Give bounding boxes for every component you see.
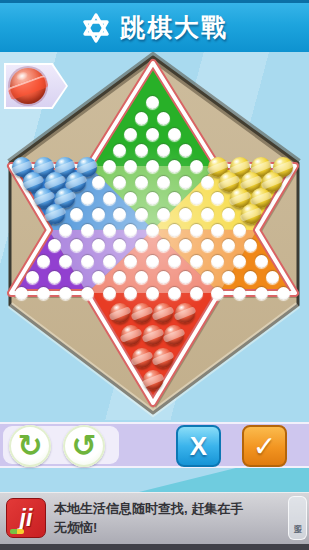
board-cell[interactable] — [251, 286, 273, 302]
board-cell[interactable] — [153, 302, 175, 325]
redo-button[interactable]: ↺ — [63, 425, 105, 467]
board-cell[interactable] — [218, 238, 240, 254]
empty-hole — [146, 160, 159, 173]
board-cell[interactable] — [218, 270, 240, 286]
board-cell[interactable] — [109, 302, 131, 325]
empty-hole — [168, 255, 181, 268]
board-cell[interactable] — [142, 324, 164, 347]
board-cell[interactable] — [153, 270, 175, 286]
confirm-icon: ✓ — [253, 430, 276, 463]
board-cell[interactable] — [153, 347, 175, 370]
board-cell[interactable] — [196, 238, 218, 254]
page-title: 跳棋大戰 — [120, 11, 228, 44]
ganji-logo-text: ji — [20, 505, 33, 532]
board-cell[interactable] — [55, 254, 77, 270]
red-marble — [132, 348, 152, 368]
board-cell[interactable] — [76, 286, 98, 302]
board-cell[interactable] — [87, 270, 109, 286]
board-cell[interactable] — [65, 270, 87, 286]
cancel-button[interactable]: X — [176, 425, 221, 467]
board-cell[interactable] — [174, 174, 196, 190]
empty-hole — [201, 176, 214, 189]
board-cell[interactable] — [218, 206, 240, 222]
empty-hole — [135, 176, 148, 189]
empty-hole — [124, 192, 137, 205]
empty-hole — [179, 239, 192, 252]
empty-hole — [124, 255, 137, 268]
board-cell[interactable] — [153, 206, 175, 222]
undo-button[interactable]: ↻ — [9, 425, 51, 467]
empty-hole — [168, 192, 181, 205]
empty-hole — [59, 224, 72, 237]
empty-hole — [157, 271, 170, 284]
empty-hole — [92, 208, 105, 221]
board-cell[interactable] — [196, 174, 218, 190]
board-cell[interactable] — [120, 222, 142, 238]
empty-hole — [103, 255, 116, 268]
board-cell[interactable] — [87, 238, 109, 254]
empty-hole — [222, 239, 235, 252]
board-cell[interactable] — [120, 286, 142, 302]
empty-hole — [113, 208, 126, 221]
board-cell[interactable] — [131, 302, 153, 325]
board-cell[interactable] — [163, 127, 185, 143]
board-cell[interactable] — [120, 190, 142, 206]
board-cell[interactable] — [98, 286, 120, 302]
empty-hole — [190, 160, 203, 173]
empty-hole — [233, 224, 246, 237]
empty-hole — [70, 208, 83, 221]
board-cell[interactable] — [163, 159, 185, 175]
board-grid — [11, 95, 294, 392]
empty-hole — [211, 224, 224, 237]
empty-hole — [135, 144, 148, 157]
board-cell[interactable] — [131, 347, 153, 370]
empty-hole — [146, 224, 159, 237]
red-marble — [132, 303, 152, 323]
board-cell[interactable] — [163, 190, 185, 206]
board-cell[interactable] — [120, 127, 142, 143]
board-cell[interactable] — [98, 254, 120, 270]
empty-hole — [201, 208, 214, 221]
board-cell[interactable] — [174, 270, 196, 286]
red-marble — [121, 325, 141, 345]
undo-icon: ↻ — [17, 431, 42, 461]
blue-marble — [45, 204, 65, 224]
yellow-marble — [241, 204, 261, 224]
empty-hole — [255, 287, 268, 300]
empty-hole — [124, 224, 137, 237]
header-bar: 跳棋大戰 — [0, 0, 309, 52]
board-cell[interactable] — [185, 254, 207, 270]
board-cell[interactable] — [240, 206, 262, 222]
empty-hole — [37, 287, 50, 300]
board-cell[interactable] — [207, 254, 229, 270]
board-cell[interactable] — [98, 222, 120, 238]
board-cell[interactable] — [240, 270, 262, 286]
empty-hole — [92, 239, 105, 252]
empty-hole — [190, 287, 203, 300]
empty-hole — [113, 176, 126, 189]
empty-hole — [113, 239, 126, 252]
board-cell[interactable] — [142, 95, 164, 111]
board-cell[interactable] — [65, 206, 87, 222]
board-cell[interactable] — [131, 238, 153, 254]
empty-hole — [179, 144, 192, 157]
board-cell[interactable] — [185, 222, 207, 238]
empty-hole — [146, 128, 159, 141]
empty-hole — [233, 255, 246, 268]
empty-hole — [81, 255, 94, 268]
board-cell[interactable] — [185, 159, 207, 175]
app-screen: { "game": "chinese-checkers", "header": … — [0, 0, 309, 550]
board-cell[interactable] — [174, 302, 196, 325]
board-cell[interactable] — [109, 143, 131, 159]
empty-hole — [135, 239, 148, 252]
board-cell[interactable] — [163, 286, 185, 302]
board-cell[interactable] — [44, 206, 66, 222]
board-cell[interactable] — [142, 254, 164, 270]
bottom-edge — [0, 544, 309, 550]
ad-text-line1: 本地生活信息随时查找, 赶集在手 — [54, 499, 280, 518]
board-cell[interactable] — [196, 270, 218, 286]
empty-hole — [92, 176, 105, 189]
red-marble — [153, 348, 173, 368]
empty-hole — [92, 271, 105, 284]
empty-hole — [48, 271, 61, 284]
board-cell[interactable] — [142, 159, 164, 175]
board-cell[interactable] — [153, 143, 175, 159]
empty-hole — [81, 192, 94, 205]
empty-hole — [222, 208, 235, 221]
empty-hole — [190, 224, 203, 237]
empty-hole — [222, 271, 235, 284]
board-cell[interactable] — [251, 254, 273, 270]
empty-hole — [233, 287, 246, 300]
empty-hole — [179, 271, 192, 284]
empty-hole — [81, 287, 94, 300]
empty-hole — [59, 255, 72, 268]
empty-hole — [135, 112, 148, 125]
board-cell[interactable] — [196, 206, 218, 222]
ad-text-line2: 无烦恼! — [54, 518, 280, 537]
empty-hole — [124, 160, 137, 173]
empty-hole — [157, 239, 170, 252]
board-cell[interactable] — [87, 206, 109, 222]
board-cell[interactable] — [22, 270, 44, 286]
empty-hole — [146, 255, 159, 268]
board-cell[interactable] — [142, 286, 164, 302]
ad-banner[interactable]: ji 本地生活信息随时查找, 赶集在手 无烦恼! 多盟 — [0, 492, 309, 544]
board-cell[interactable] — [207, 286, 229, 302]
board-cell[interactable] — [142, 190, 164, 206]
empty-hole — [59, 287, 72, 300]
empty-hole — [211, 192, 224, 205]
empty-hole — [135, 208, 148, 221]
board-cell[interactable] — [163, 222, 185, 238]
empty-hole — [103, 160, 116, 173]
board-cell[interactable] — [131, 111, 153, 127]
board-cell[interactable] — [44, 270, 66, 286]
board-cell[interactable] — [153, 174, 175, 190]
red-marble — [153, 303, 173, 323]
board-cell[interactable] — [261, 270, 283, 286]
empty-hole — [244, 271, 257, 284]
empty-hole — [124, 287, 137, 300]
board-cell[interactable] — [229, 254, 251, 270]
board-cell[interactable] — [109, 174, 131, 190]
board-cell[interactable] — [55, 286, 77, 302]
red-marble — [164, 325, 184, 345]
board-cell[interactable] — [153, 238, 175, 254]
empty-hole — [37, 255, 50, 268]
empty-hole — [157, 208, 170, 221]
empty-hole — [70, 239, 83, 252]
empty-hole — [179, 208, 192, 221]
red-marble — [143, 370, 163, 390]
board-cell[interactable] — [240, 238, 262, 254]
board-cell[interactable] — [55, 222, 77, 238]
empty-hole — [48, 239, 61, 252]
board-cell[interactable] — [120, 324, 142, 347]
board-cell[interactable] — [65, 238, 87, 254]
board-cell[interactable] — [153, 111, 175, 127]
board-cell[interactable] — [44, 238, 66, 254]
ad-text: 本地生活信息随时查找, 赶集在手 无烦恼! — [54, 499, 280, 537]
control-bar: ↻ ↺ X ✓ — [0, 422, 309, 468]
ganji-logo: ji — [6, 498, 46, 538]
board-cell[interactable] — [142, 222, 164, 238]
red-marble — [110, 303, 130, 323]
empty-hole — [201, 271, 214, 284]
empty-hole — [168, 224, 181, 237]
empty-hole — [113, 144, 126, 157]
board-cell[interactable] — [185, 286, 207, 302]
board-cell[interactable] — [33, 254, 55, 270]
red-marble — [175, 303, 195, 323]
empty-hole — [135, 271, 148, 284]
board-cell[interactable] — [33, 286, 55, 302]
empty-hole — [255, 255, 268, 268]
cancel-icon: X — [190, 431, 207, 462]
board-cell[interactable] — [131, 143, 153, 159]
empty-hole — [168, 160, 181, 173]
board-cell[interactable] — [174, 143, 196, 159]
board-cell[interactable] — [174, 238, 196, 254]
board-cell[interactable] — [131, 270, 153, 286]
board-cell[interactable] — [76, 222, 98, 238]
empty-hole — [211, 255, 224, 268]
board-cell[interactable] — [142, 369, 164, 392]
board-cell[interactable] — [76, 190, 98, 206]
empty-hole — [15, 287, 28, 300]
empty-hole — [211, 287, 224, 300]
redo-icon: ↺ — [71, 431, 96, 461]
empty-hole — [103, 287, 116, 300]
red-marble — [143, 325, 163, 345]
board-cell[interactable] — [163, 254, 185, 270]
empty-hole — [157, 144, 170, 157]
empty-hole — [277, 287, 290, 300]
board-cell[interactable] — [163, 324, 185, 347]
confirm-button[interactable]: ✓ — [242, 425, 287, 467]
board-cell[interactable] — [207, 190, 229, 206]
board-cell[interactable] — [76, 254, 98, 270]
empty-hole — [26, 271, 39, 284]
ad-network-badge: 多盟 — [288, 496, 307, 540]
board-cell[interactable] — [87, 174, 109, 190]
board-cell[interactable] — [174, 206, 196, 222]
empty-hole — [146, 96, 159, 109]
board-cell[interactable] — [109, 206, 131, 222]
board-cell[interactable] — [185, 190, 207, 206]
empty-hole — [168, 287, 181, 300]
empty-hole — [124, 128, 137, 141]
empty-hole — [190, 192, 203, 205]
board-cell[interactable] — [98, 159, 120, 175]
empty-hole — [266, 271, 279, 284]
empty-hole — [190, 255, 203, 268]
board-cell[interactable] — [120, 159, 142, 175]
empty-hole — [157, 112, 170, 125]
empty-hole — [81, 224, 94, 237]
board-cell[interactable] — [120, 254, 142, 270]
board-cell[interactable] — [109, 270, 131, 286]
empty-hole — [146, 192, 159, 205]
empty-hole — [146, 287, 159, 300]
board-cell[interactable] — [229, 286, 251, 302]
board-cell[interactable] — [11, 286, 33, 302]
board-cell[interactable] — [131, 174, 153, 190]
current-turn-red-marble — [10, 68, 46, 104]
hexagram-star-icon — [81, 13, 111, 43]
board-cell[interactable] — [109, 238, 131, 254]
empty-hole — [179, 176, 192, 189]
empty-hole — [168, 128, 181, 141]
empty-hole — [244, 239, 257, 252]
board-cell[interactable] — [98, 190, 120, 206]
empty-hole — [157, 176, 170, 189]
empty-hole — [113, 271, 126, 284]
empty-hole — [70, 271, 83, 284]
empty-hole — [103, 224, 116, 237]
board-cell[interactable] — [272, 286, 294, 302]
empty-hole — [103, 192, 116, 205]
board-cell[interactable] — [131, 206, 153, 222]
board-cell[interactable] — [229, 222, 251, 238]
board-cell[interactable] — [207, 222, 229, 238]
board-cell[interactable] — [142, 127, 164, 143]
empty-hole — [201, 239, 214, 252]
